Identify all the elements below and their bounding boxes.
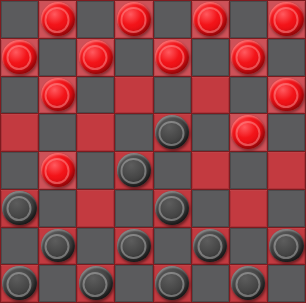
square-r4-c3[interactable] <box>115 152 152 189</box>
square-r1-c3 <box>115 39 152 76</box>
black-piece[interactable] <box>117 229 151 263</box>
black-piece[interactable] <box>41 229 75 263</box>
square-r3-c3 <box>115 114 152 151</box>
black-piece[interactable] <box>2 191 36 225</box>
square-r5-c2[interactable] <box>77 190 114 227</box>
red-piece[interactable] <box>269 78 303 112</box>
square-r3-c0[interactable] <box>1 114 38 151</box>
square-r2-c3[interactable] <box>115 77 152 114</box>
red-piece[interactable] <box>41 78 75 112</box>
square-r3-c5 <box>192 114 229 151</box>
black-piece[interactable] <box>155 191 189 225</box>
red-piece[interactable] <box>231 40 265 74</box>
red-piece[interactable] <box>41 153 75 187</box>
square-r0-c4 <box>154 1 191 38</box>
square-r2-c5[interactable] <box>192 77 229 114</box>
black-piece[interactable] <box>155 115 189 149</box>
square-r4-c5[interactable] <box>192 152 229 189</box>
black-piece[interactable] <box>79 266 113 300</box>
red-piece[interactable] <box>155 40 189 74</box>
square-r6-c1[interactable] <box>39 228 76 265</box>
square-r0-c1[interactable] <box>39 1 76 38</box>
square-r2-c0 <box>1 77 38 114</box>
checkers-board <box>0 0 306 303</box>
black-piece[interactable] <box>117 153 151 187</box>
square-r1-c1 <box>39 39 76 76</box>
square-r0-c3[interactable] <box>115 1 152 38</box>
square-r4-c0 <box>1 152 38 189</box>
square-r2-c1[interactable] <box>39 77 76 114</box>
square-r5-c0[interactable] <box>1 190 38 227</box>
square-r7-c2[interactable] <box>77 265 114 302</box>
square-r7-c5 <box>192 265 229 302</box>
square-r1-c7 <box>268 39 305 76</box>
square-r5-c1 <box>39 190 76 227</box>
square-r5-c7 <box>268 190 305 227</box>
square-r0-c5[interactable] <box>192 1 229 38</box>
square-r6-c0 <box>1 228 38 265</box>
square-r4-c6 <box>230 152 267 189</box>
square-r5-c5 <box>192 190 229 227</box>
square-r7-c3 <box>115 265 152 302</box>
square-r0-c2 <box>77 1 114 38</box>
square-r0-c6 <box>230 1 267 38</box>
black-piece[interactable] <box>155 266 189 300</box>
square-r2-c7[interactable] <box>268 77 305 114</box>
square-r4-c4 <box>154 152 191 189</box>
square-r7-c7 <box>268 265 305 302</box>
black-piece[interactable] <box>2 266 36 300</box>
square-r1-c6[interactable] <box>230 39 267 76</box>
square-r5-c6[interactable] <box>230 190 267 227</box>
square-r1-c2[interactable] <box>77 39 114 76</box>
square-r3-c4[interactable] <box>154 114 191 151</box>
square-r1-c0[interactable] <box>1 39 38 76</box>
square-r5-c4[interactable] <box>154 190 191 227</box>
square-r7-c4[interactable] <box>154 265 191 302</box>
black-piece[interactable] <box>193 229 227 263</box>
black-piece[interactable] <box>269 229 303 263</box>
square-r2-c4 <box>154 77 191 114</box>
square-r0-c7[interactable] <box>268 1 305 38</box>
red-piece[interactable] <box>41 2 75 36</box>
square-r6-c2 <box>77 228 114 265</box>
square-r3-c7 <box>268 114 305 151</box>
square-r4-c2 <box>77 152 114 189</box>
square-r2-c2 <box>77 77 114 114</box>
square-r1-c5 <box>192 39 229 76</box>
red-piece[interactable] <box>2 40 36 74</box>
square-r6-c3[interactable] <box>115 228 152 265</box>
square-r6-c4 <box>154 228 191 265</box>
square-r4-c1[interactable] <box>39 152 76 189</box>
square-r2-c6 <box>230 77 267 114</box>
square-r3-c2[interactable] <box>77 114 114 151</box>
square-r7-c0[interactable] <box>1 265 38 302</box>
black-piece[interactable] <box>231 266 265 300</box>
red-piece[interactable] <box>269 2 303 36</box>
square-r7-c1 <box>39 265 76 302</box>
square-r7-c6[interactable] <box>230 265 267 302</box>
square-r3-c1 <box>39 114 76 151</box>
square-r6-c6 <box>230 228 267 265</box>
square-r4-c7[interactable] <box>268 152 305 189</box>
square-r5-c3 <box>115 190 152 227</box>
red-piece[interactable] <box>231 115 265 149</box>
square-r1-c4[interactable] <box>154 39 191 76</box>
square-r6-c5[interactable] <box>192 228 229 265</box>
square-r0-c0 <box>1 1 38 38</box>
red-piece[interactable] <box>193 2 227 36</box>
square-r3-c6[interactable] <box>230 114 267 151</box>
red-piece[interactable] <box>79 40 113 74</box>
square-r6-c7[interactable] <box>268 228 305 265</box>
checkers-app <box>0 0 306 303</box>
red-piece[interactable] <box>117 2 151 36</box>
